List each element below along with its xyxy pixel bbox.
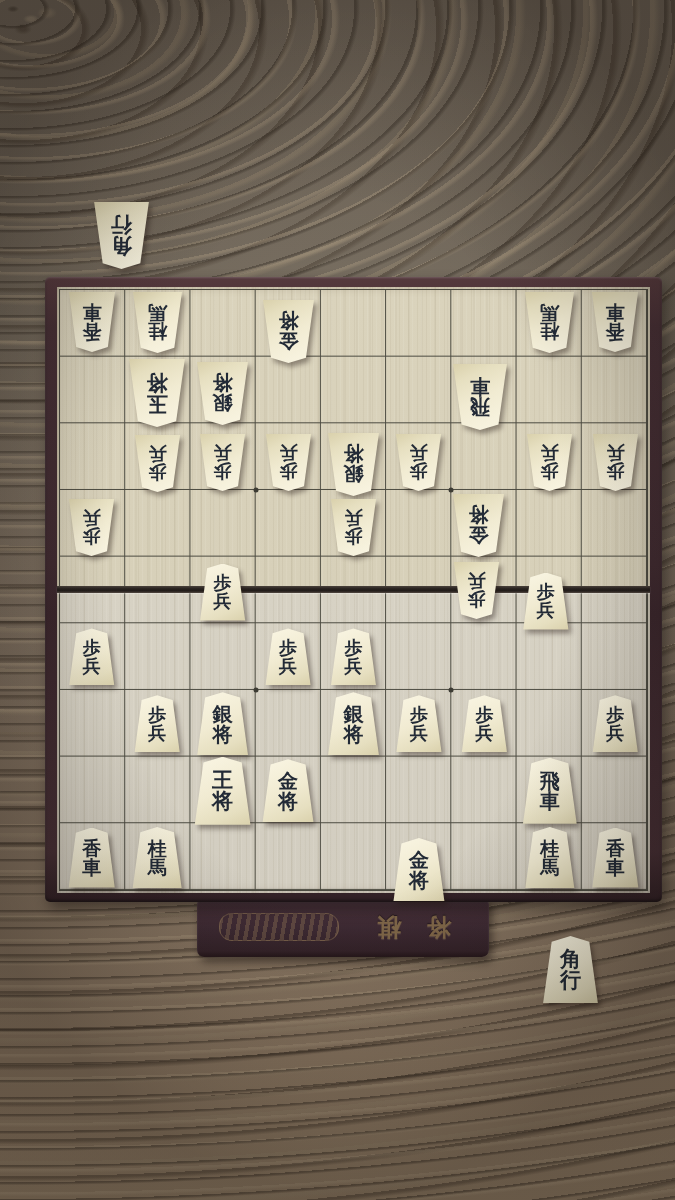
piece-knight-8a[interactable]: 桂馬 bbox=[132, 292, 183, 353]
piece-silver-7b[interactable]: 銀将 bbox=[196, 362, 249, 425]
board-surface: 香車桂馬金将桂馬香車玉将銀将飛車歩兵歩兵歩兵銀将歩兵歩兵歩兵歩兵歩兵金将歩兵歩兵… bbox=[57, 287, 650, 893]
piece-pawn-8g[interactable]: 歩兵 bbox=[134, 695, 181, 752]
piece-silver-5c[interactable]: 銀将 bbox=[327, 433, 380, 496]
piece-face: 金将 bbox=[392, 838, 445, 901]
piece-face: 桂馬 bbox=[524, 292, 575, 353]
shogi-board: 香車桂馬金将桂馬香車玉将銀将飛車歩兵歩兵歩兵銀将歩兵歩兵歩兵歩兵歩兵金将歩兵歩兵… bbox=[45, 277, 662, 902]
piece-pawn-3e[interactable]: 歩兵 bbox=[453, 562, 500, 619]
piece-face: 歩兵 bbox=[522, 573, 569, 630]
piece-pawn-8c[interactable]: 歩兵 bbox=[134, 435, 181, 492]
piece-rook-3b[interactable]: 飛車 bbox=[452, 364, 508, 430]
board-latch-handle: 将棋 bbox=[197, 897, 489, 957]
piece-face: 歩兵 bbox=[395, 434, 442, 491]
piece-pawn-1c[interactable]: 歩兵 bbox=[592, 434, 639, 491]
piece-lance-9a[interactable]: 香車 bbox=[68, 292, 116, 352]
piece-king-8b[interactable]: 玉将 bbox=[128, 359, 186, 427]
piece-knight-8i[interactable]: 桂馬 bbox=[132, 827, 183, 888]
piece-face: 桂馬 bbox=[132, 827, 183, 888]
piece-face: 歩兵 bbox=[199, 434, 246, 491]
piece-pawn-2c[interactable]: 歩兵 bbox=[526, 434, 573, 491]
piece-lance-9i[interactable]: 香車 bbox=[68, 828, 116, 888]
piece-pawn-3g[interactable]: 歩兵 bbox=[461, 695, 508, 752]
photo-of-shogi-board: 香車桂馬金将桂馬香車玉将銀将飛車歩兵歩兵歩兵銀将歩兵歩兵歩兵歩兵歩兵金将歩兵歩兵… bbox=[0, 0, 675, 1200]
piece-face: 角行 bbox=[93, 202, 150, 269]
piece-pawn-6c[interactable]: 歩兵 bbox=[265, 434, 312, 491]
piece-face: 金将 bbox=[452, 494, 505, 557]
piece-gold-6h[interactable]: 金将 bbox=[262, 759, 315, 822]
piece-pawn-7c[interactable]: 歩兵 bbox=[199, 434, 246, 491]
piece-face: 歩兵 bbox=[592, 434, 639, 491]
brand-emblem-icon bbox=[219, 913, 339, 941]
piece-silver-7g[interactable]: 銀将 bbox=[196, 692, 249, 755]
piece-face: 歩兵 bbox=[265, 434, 312, 491]
piece-pawn-9f[interactable]: 歩兵 bbox=[68, 628, 115, 685]
piece-face: 歩兵 bbox=[395, 695, 442, 752]
piece-knight-2i[interactable]: 桂馬 bbox=[524, 827, 575, 888]
piece-gold-3d[interactable]: 金将 bbox=[452, 494, 505, 557]
piece-face: 桂馬 bbox=[132, 292, 183, 353]
piece-gold-6a[interactable]: 金将 bbox=[262, 300, 315, 363]
piece-face: 桂馬 bbox=[524, 827, 575, 888]
piece-bishop-in-hand[interactable]: 角行 bbox=[93, 202, 150, 269]
piece-knight-2a[interactable]: 桂馬 bbox=[524, 292, 575, 353]
piece-face: 飛車 bbox=[452, 364, 508, 430]
piece-face: 銀将 bbox=[327, 433, 380, 496]
piece-face: 歩兵 bbox=[68, 628, 115, 685]
piece-rook-2h[interactable]: 飛車 bbox=[522, 758, 578, 824]
piece-bishop-in-hand[interactable]: 角行 bbox=[542, 936, 599, 1003]
piece-lance-1i[interactable]: 香車 bbox=[591, 828, 639, 888]
piece-face: 歩兵 bbox=[134, 435, 181, 492]
piece-face: 玉将 bbox=[128, 359, 186, 427]
piece-face: 香車 bbox=[591, 292, 639, 352]
piece-gold-4i[interactable]: 金将 bbox=[392, 838, 445, 901]
piece-pawn-5f[interactable]: 歩兵 bbox=[330, 628, 377, 685]
piece-face: 歩兵 bbox=[526, 434, 573, 491]
piece-face: 歩兵 bbox=[453, 562, 500, 619]
piece-pawn-5d[interactable]: 歩兵 bbox=[330, 499, 377, 556]
piece-face: 角行 bbox=[542, 936, 599, 1003]
piece-face: 香車 bbox=[591, 828, 639, 888]
piece-face: 香車 bbox=[68, 828, 116, 888]
piece-lance-1a[interactable]: 香車 bbox=[591, 292, 639, 352]
piece-face: 歩兵 bbox=[265, 628, 312, 685]
piece-face: 歩兵 bbox=[134, 695, 181, 752]
piece-silver-5g[interactable]: 銀将 bbox=[327, 692, 380, 755]
piece-face: 香車 bbox=[68, 292, 116, 352]
piece-pawn-4c[interactable]: 歩兵 bbox=[395, 434, 442, 491]
piece-pawn-4g[interactable]: 歩兵 bbox=[395, 695, 442, 752]
piece-face: 金将 bbox=[262, 759, 315, 822]
pieces-layer: 香車桂馬金将桂馬香車玉将銀将飛車歩兵歩兵歩兵銀将歩兵歩兵歩兵歩兵歩兵金将歩兵歩兵… bbox=[59, 289, 648, 891]
piece-face: 歩兵 bbox=[68, 499, 115, 556]
piece-face: 銀将 bbox=[196, 692, 249, 755]
piece-face: 歩兵 bbox=[461, 695, 508, 752]
piece-pawn-1g[interactable]: 歩兵 bbox=[592, 695, 639, 752]
piece-face: 歩兵 bbox=[592, 695, 639, 752]
piece-face: 歩兵 bbox=[330, 628, 377, 685]
piece-pawn-2e[interactable]: 歩兵 bbox=[522, 573, 569, 630]
piece-pawn-9d[interactable]: 歩兵 bbox=[68, 499, 115, 556]
piece-face: 王将 bbox=[194, 757, 252, 825]
shogi-embossed-label: 将棋 bbox=[339, 911, 489, 943]
piece-face: 銀将 bbox=[196, 362, 249, 425]
piece-face: 銀将 bbox=[327, 692, 380, 755]
piece-pawn-6f[interactable]: 歩兵 bbox=[265, 628, 312, 685]
piece-face: 金将 bbox=[262, 300, 315, 363]
piece-face: 飛車 bbox=[522, 758, 578, 824]
piece-face: 歩兵 bbox=[199, 564, 246, 621]
piece-king-7h[interactable]: 王将 bbox=[194, 757, 252, 825]
piece-face: 歩兵 bbox=[330, 499, 377, 556]
piece-pawn-7e[interactable]: 歩兵 bbox=[199, 564, 246, 621]
